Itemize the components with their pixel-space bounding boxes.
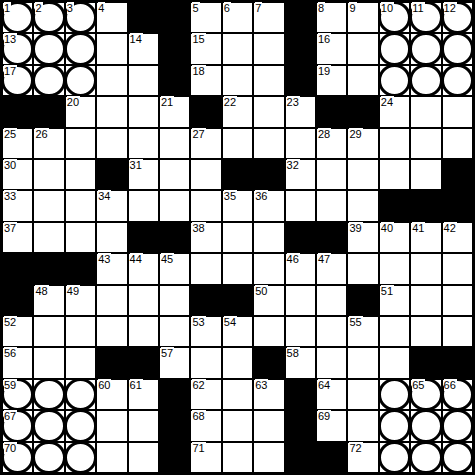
clue-number: 70 (4, 442, 17, 454)
cell-r1c2[interactable] (66, 34, 95, 63)
black-cell-r2c9 (286, 66, 315, 95)
cell-r10c6[interactable]: 53 (191, 317, 220, 346)
cell-r4c3[interactable] (97, 129, 126, 158)
clue-number: 7 (255, 2, 262, 14)
cell-r7c12[interactable]: 40 (380, 223, 409, 252)
cell-r13c10[interactable]: 69 (317, 411, 346, 440)
black-cell-r0c9 (286, 3, 315, 32)
cell-r12c12[interactable] (380, 380, 409, 409)
cell-r6c2[interactable] (66, 191, 95, 220)
black-cell-r11c3 (97, 348, 126, 377)
black-cell-r9c11 (348, 286, 377, 315)
cell-r11c6[interactable] (191, 348, 220, 377)
cell-r8c5[interactable]: 45 (160, 254, 189, 283)
black-cell-r14c9 (286, 443, 315, 472)
cell-r11c5[interactable]: 57 (160, 348, 189, 377)
cell-r4c5[interactable] (160, 129, 189, 158)
cell-r9c12[interactable]: 51 (380, 286, 409, 315)
cell-r14c13[interactable] (411, 443, 440, 472)
clue-number: 69 (318, 410, 331, 422)
cell-r13c8[interactable] (254, 411, 283, 440)
cell-r10c13[interactable] (411, 317, 440, 346)
cell-r2c12[interactable] (380, 66, 409, 95)
cell-r1c10[interactable]: 16 (317, 34, 346, 63)
black-cell-r7c4 (129, 223, 158, 252)
clue-number: 57 (161, 347, 174, 359)
cell-r9c8[interactable]: 50 (254, 286, 283, 315)
clue-number: 42 (444, 222, 457, 234)
cell-r8c13[interactable] (411, 254, 440, 283)
cell-r6c9[interactable] (286, 191, 315, 220)
cell-r2c14[interactable] (443, 66, 472, 95)
cell-r10c4[interactable] (129, 317, 158, 346)
clue-number: 13 (4, 33, 17, 45)
cell-r14c14[interactable] (443, 443, 472, 472)
clue-number: 53 (192, 316, 205, 328)
cell-r14c2[interactable] (66, 443, 95, 472)
black-cell-r13c9 (286, 411, 315, 440)
cell-r12c13[interactable]: 65 (411, 380, 440, 409)
black-cell-r5c7 (223, 160, 252, 189)
cell-r2c6[interactable]: 18 (191, 66, 220, 95)
cell-r1c3[interactable] (97, 34, 126, 63)
cell-r2c3[interactable] (97, 66, 126, 95)
cell-r2c1[interactable] (34, 66, 63, 95)
cell-r4c10[interactable]: 28 (317, 129, 346, 158)
cell-r13c14[interactable] (443, 411, 472, 440)
clue-number: 9 (349, 2, 356, 14)
cell-r14c4[interactable] (129, 443, 158, 472)
cell-r5c1[interactable] (34, 160, 63, 189)
cell-r13c13[interactable] (411, 411, 440, 440)
cell-r2c13[interactable] (411, 66, 440, 95)
cell-r12c1[interactable] (34, 380, 63, 409)
clue-number: 46 (287, 253, 300, 265)
cell-r5c9[interactable]: 32 (286, 160, 315, 189)
black-cell-r3c1 (34, 97, 63, 126)
clue-number: 30 (4, 159, 17, 171)
cell-r0c10[interactable]: 8 (317, 3, 346, 32)
cell-r8c11[interactable] (348, 254, 377, 283)
cell-r2c10[interactable]: 19 (317, 66, 346, 95)
clue-number: 16 (318, 33, 331, 45)
cell-r0c1[interactable]: 2 (34, 3, 63, 32)
circle-marker (64, 32, 97, 65)
clue-number: 19 (318, 65, 331, 77)
circle-marker (441, 64, 474, 97)
cell-r12c10[interactable]: 64 (317, 380, 346, 409)
cell-r11c7[interactable] (223, 348, 252, 377)
circle-marker (409, 32, 442, 65)
black-cell-r5c3 (97, 160, 126, 189)
cell-r10c11[interactable]: 55 (348, 317, 377, 346)
clue-number: 6 (224, 2, 231, 14)
clue-number: 48 (35, 285, 48, 297)
black-cell-r0c5 (160, 3, 189, 32)
cell-r0c6[interactable]: 5 (191, 3, 220, 32)
clue-number: 23 (287, 96, 300, 108)
clue-number: 36 (255, 190, 268, 202)
cell-r7c1[interactable] (34, 223, 63, 252)
cell-r1c14[interactable] (443, 34, 472, 63)
clue-number: 8 (318, 2, 325, 14)
cell-r5c2[interactable] (66, 160, 95, 189)
black-cell-r9c6 (191, 286, 220, 315)
cell-r0c12[interactable]: 10 (380, 3, 409, 32)
cell-r11c9[interactable]: 58 (286, 348, 315, 377)
cell-r6c7[interactable]: 35 (223, 191, 252, 220)
cell-r9c5[interactable] (160, 286, 189, 315)
cell-r10c12[interactable] (380, 317, 409, 346)
cell-r0c3[interactable]: 4 (97, 3, 126, 32)
cell-r10c1[interactable] (34, 317, 63, 346)
cell-r1c8[interactable] (254, 34, 283, 63)
cell-r12c8[interactable]: 63 (254, 380, 283, 409)
cell-r9c2[interactable]: 49 (66, 286, 95, 315)
cell-r3c3[interactable] (97, 97, 126, 126)
cell-r4c13[interactable] (411, 129, 440, 158)
cell-r8c6[interactable] (191, 254, 220, 283)
cell-r9c3[interactable] (97, 286, 126, 315)
cell-r6c3[interactable]: 34 (97, 191, 126, 220)
black-cell-r3c0 (3, 97, 32, 126)
cell-r13c4[interactable] (129, 411, 158, 440)
cell-r6c0[interactable]: 33 (3, 191, 32, 220)
cell-r2c8[interactable] (254, 66, 283, 95)
cell-r10c0[interactable]: 52 (3, 317, 32, 346)
cell-r0c8[interactable]: 7 (254, 3, 283, 32)
clue-number: 29 (349, 128, 362, 140)
black-cell-r5c8 (254, 160, 283, 189)
cell-r10c14[interactable] (443, 317, 472, 346)
clue-number: 15 (192, 33, 205, 45)
circle-marker (378, 409, 411, 442)
black-cell-r12c5 (160, 380, 189, 409)
black-cell-r11c14 (443, 348, 472, 377)
black-cell-r5c14 (443, 160, 472, 189)
clue-number: 65 (412, 379, 425, 391)
cell-r5c5[interactable] (160, 160, 189, 189)
black-cell-r12c9 (286, 380, 315, 409)
cell-r13c11[interactable] (348, 411, 377, 440)
clue-number: 3 (67, 2, 74, 14)
cell-r10c5[interactable] (160, 317, 189, 346)
cell-r4c6[interactable]: 27 (191, 129, 220, 158)
circle-marker (64, 64, 97, 97)
cell-r13c12[interactable] (380, 411, 409, 440)
cell-r6c5[interactable] (160, 191, 189, 220)
cell-r6c8[interactable]: 36 (254, 191, 283, 220)
cell-r2c0[interactable]: 17 (3, 66, 32, 95)
clue-number: 25 (4, 128, 17, 140)
cell-r7c11[interactable]: 39 (348, 223, 377, 252)
circle-marker (64, 409, 97, 442)
clue-number: 54 (224, 316, 237, 328)
cell-r8c8[interactable] (254, 254, 283, 283)
black-cell-r8c1 (34, 254, 63, 283)
cell-r14c12[interactable] (380, 443, 409, 472)
cell-r4c14[interactable] (443, 129, 472, 158)
black-cell-r6c13 (411, 191, 440, 220)
cell-r0c0[interactable]: 1 (3, 3, 32, 32)
cell-r13c7[interactable] (223, 411, 252, 440)
clue-number: 28 (318, 128, 331, 140)
clue-number: 68 (192, 410, 205, 422)
cell-r1c0[interactable]: 13 (3, 34, 32, 63)
cell-r6c10[interactable] (317, 191, 346, 220)
cell-r14c3[interactable] (97, 443, 126, 472)
cell-r14c8[interactable] (254, 443, 283, 472)
clue-number: 64 (318, 379, 331, 391)
clue-number: 49 (67, 285, 80, 297)
clue-number: 41 (412, 222, 425, 234)
cell-r3c9[interactable]: 23 (286, 97, 315, 126)
cell-r4c4[interactable] (129, 129, 158, 158)
cell-r9c14[interactable] (443, 286, 472, 315)
cell-r11c10[interactable] (317, 348, 346, 377)
cell-r3c2[interactable]: 20 (66, 97, 95, 126)
cell-r4c2[interactable] (66, 129, 95, 158)
clue-number: 22 (224, 96, 237, 108)
cell-r7c3[interactable] (97, 223, 126, 252)
clue-number: 5 (192, 2, 199, 14)
cell-r2c2[interactable] (66, 66, 95, 95)
cell-r2c11[interactable] (348, 66, 377, 95)
cell-r0c2[interactable]: 3 (66, 3, 95, 32)
clue-number: 1 (4, 2, 11, 14)
cell-r7c8[interactable] (254, 223, 283, 252)
black-cell-r0c4 (129, 3, 158, 32)
cell-r7c14[interactable]: 42 (443, 223, 472, 252)
cell-r14c6[interactable]: 71 (191, 443, 220, 472)
black-cell-r11c8 (254, 348, 283, 377)
clue-number: 51 (381, 285, 394, 297)
cell-r6c11[interactable] (348, 191, 377, 220)
cell-r10c10[interactable] (317, 317, 346, 346)
cell-r5c0[interactable]: 30 (3, 160, 32, 189)
black-cell-r3c6 (191, 97, 220, 126)
clue-number: 32 (287, 159, 300, 171)
cell-r13c3[interactable] (97, 411, 126, 440)
clue-number: 39 (349, 222, 362, 234)
cell-r10c2[interactable] (66, 317, 95, 346)
clue-number: 10 (381, 2, 394, 14)
black-cell-r8c2 (66, 254, 95, 283)
cell-r11c12[interactable] (380, 348, 409, 377)
clue-number: 71 (192, 442, 205, 454)
cell-r4c1[interactable]: 26 (34, 129, 63, 158)
cell-r13c6[interactable]: 68 (191, 411, 220, 440)
clue-number: 59 (4, 379, 17, 391)
clue-number: 52 (4, 316, 17, 328)
circle-marker (409, 409, 442, 442)
circle-marker (441, 441, 474, 474)
clue-number: 37 (4, 222, 17, 234)
clue-number: 47 (318, 253, 331, 265)
clue-number: 72 (349, 442, 362, 454)
cell-r4c12[interactable] (380, 129, 409, 158)
cell-r7c7[interactable] (223, 223, 252, 252)
cell-r0c13[interactable]: 11 (411, 3, 440, 32)
cell-r11c0[interactable]: 56 (3, 348, 32, 377)
clue-number: 40 (381, 222, 394, 234)
clue-number: 44 (130, 253, 143, 265)
cell-r12c3[interactable]: 60 (97, 380, 126, 409)
cell-r12c7[interactable] (223, 380, 252, 409)
black-cell-r9c7 (223, 286, 252, 315)
cell-r3c4[interactable] (129, 97, 158, 126)
cell-r14c11[interactable]: 72 (348, 443, 377, 472)
cell-r9c9[interactable] (286, 286, 315, 315)
cell-r12c0[interactable]: 59 (3, 380, 32, 409)
black-cell-r3c11 (348, 97, 377, 126)
circle-marker (378, 441, 411, 474)
cell-r12c14[interactable]: 66 (443, 380, 472, 409)
cell-r4c7[interactable] (223, 129, 252, 158)
circle-marker (441, 409, 474, 442)
cell-r1c7[interactable] (223, 34, 252, 63)
cell-r3c13[interactable] (411, 97, 440, 126)
black-cell-r7c9 (286, 223, 315, 252)
cell-r11c11[interactable] (348, 348, 377, 377)
clue-number: 14 (130, 33, 143, 45)
cell-r1c13[interactable] (411, 34, 440, 63)
circle-marker (441, 32, 474, 65)
cell-r8c10[interactable]: 47 (317, 254, 346, 283)
cell-r6c4[interactable] (129, 191, 158, 220)
circle-marker (409, 441, 442, 474)
cell-r8c3[interactable]: 43 (97, 254, 126, 283)
cell-r12c4[interactable]: 61 (129, 380, 158, 409)
cell-r3c12[interactable]: 24 (380, 97, 409, 126)
cell-r5c13[interactable] (411, 160, 440, 189)
cell-r8c7[interactable] (223, 254, 252, 283)
cell-r3c7[interactable]: 22 (223, 97, 252, 126)
cell-r1c12[interactable] (380, 34, 409, 63)
cell-r1c11[interactable] (348, 34, 377, 63)
circle-marker (64, 378, 97, 411)
cell-r13c0[interactable]: 67 (3, 411, 32, 440)
cell-r4c0[interactable]: 25 (3, 129, 32, 158)
cell-r3c8[interactable] (254, 97, 283, 126)
clue-number: 18 (192, 65, 205, 77)
circle-marker (64, 441, 97, 474)
cell-r4c9[interactable] (286, 129, 315, 158)
black-cell-r6c12 (380, 191, 409, 220)
cell-r11c1[interactable] (34, 348, 63, 377)
cell-r10c8[interactable] (254, 317, 283, 346)
clue-number: 50 (255, 285, 268, 297)
circle-marker (378, 378, 411, 411)
clue-number: 17 (4, 65, 17, 77)
cell-r1c6[interactable]: 15 (191, 34, 220, 63)
cell-r9c10[interactable] (317, 286, 346, 315)
cell-r14c1[interactable] (34, 443, 63, 472)
cell-r12c11[interactable] (348, 380, 377, 409)
cell-r6c1[interactable] (34, 191, 63, 220)
black-cell-r13c5 (160, 411, 189, 440)
cell-r3c14[interactable] (443, 97, 472, 126)
cell-r5c10[interactable] (317, 160, 346, 189)
cell-r8c9[interactable]: 46 (286, 254, 315, 283)
cell-r7c13[interactable]: 41 (411, 223, 440, 252)
cell-r8c14[interactable] (443, 254, 472, 283)
cell-r14c0[interactable]: 70 (3, 443, 32, 472)
black-cell-r7c10 (317, 223, 346, 252)
cell-r5c6[interactable] (191, 160, 220, 189)
cell-r0c7[interactable]: 6 (223, 3, 252, 32)
cell-r2c7[interactable] (223, 66, 252, 95)
circle-marker (378, 64, 411, 97)
cell-r1c1[interactable] (34, 34, 63, 63)
cell-r5c11[interactable] (348, 160, 377, 189)
clue-number: 34 (98, 190, 111, 202)
cell-r8c12[interactable] (380, 254, 409, 283)
cell-r9c4[interactable] (129, 286, 158, 315)
clue-number: 63 (255, 379, 268, 391)
clue-number: 61 (130, 379, 143, 391)
cell-r9c1[interactable]: 48 (34, 286, 63, 315)
cell-r7c2[interactable] (66, 223, 95, 252)
circle-marker (32, 32, 65, 65)
cell-r2c4[interactable] (129, 66, 158, 95)
cell-r14c7[interactable] (223, 443, 252, 472)
cell-r1c4[interactable]: 14 (129, 34, 158, 63)
circle-marker (32, 441, 65, 474)
cell-r7c6[interactable]: 38 (191, 223, 220, 252)
black-cell-r1c9 (286, 34, 315, 63)
circle-marker (378, 32, 411, 65)
cell-r12c2[interactable] (66, 380, 95, 409)
cell-r7c0[interactable]: 37 (3, 223, 32, 252)
cell-r0c14[interactable]: 12 (443, 3, 472, 32)
black-cell-r11c4 (129, 348, 158, 377)
clue-number: 20 (67, 96, 80, 108)
cell-r13c2[interactable] (66, 411, 95, 440)
cell-r10c3[interactable] (97, 317, 126, 346)
cell-r13c1[interactable] (34, 411, 63, 440)
clue-number: 27 (192, 128, 205, 140)
cell-r3c5[interactable]: 21 (160, 97, 189, 126)
cell-r10c7[interactable]: 54 (223, 317, 252, 346)
clue-number: 2 (35, 2, 42, 14)
black-cell-r6c14 (443, 191, 472, 220)
clue-number: 62 (192, 379, 205, 391)
cell-r11c2[interactable] (66, 348, 95, 377)
cell-r9c13[interactable] (411, 286, 440, 315)
circle-marker (32, 409, 65, 442)
clue-number: 55 (349, 316, 362, 328)
clue-number: 60 (98, 379, 111, 391)
cell-r10c9[interactable] (286, 317, 315, 346)
cell-r5c4[interactable]: 31 (129, 160, 158, 189)
cell-r4c11[interactable]: 29 (348, 129, 377, 158)
cell-r12c6[interactable]: 62 (191, 380, 220, 409)
cell-r5c12[interactable] (380, 160, 409, 189)
cell-r6c6[interactable] (191, 191, 220, 220)
clue-number: 67 (4, 410, 17, 422)
clue-number: 45 (161, 253, 174, 265)
clue-number: 24 (381, 96, 394, 108)
cell-r0c11[interactable]: 9 (348, 3, 377, 32)
black-cell-r8c0 (3, 254, 32, 283)
cell-r4c8[interactable] (254, 129, 283, 158)
circle-marker (32, 378, 65, 411)
clue-number: 11 (412, 2, 424, 14)
cell-r8c4[interactable]: 44 (129, 254, 158, 283)
black-cell-r11c13 (411, 348, 440, 377)
clue-number: 56 (4, 347, 17, 359)
